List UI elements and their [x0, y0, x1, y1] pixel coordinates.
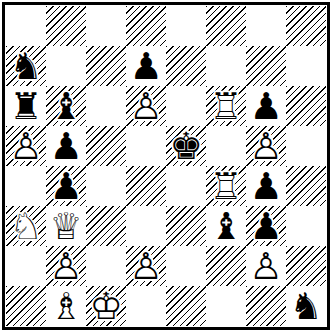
square-a5[interactable]: ♟♙: [6, 126, 46, 166]
square-b5[interactable]: ♟♟: [46, 126, 86, 166]
black-knight-h1[interactable]: ♞♞: [286, 286, 326, 326]
black-bishop-glyph: ♝: [206, 206, 246, 246]
square-e6[interactable]: [166, 86, 206, 126]
white-pawn-glyph: ♙: [46, 246, 86, 286]
black-pawn-g6[interactable]: ♟♟: [246, 86, 286, 126]
square-c6[interactable]: [86, 86, 126, 126]
white-rook-glyph: ♖: [206, 166, 246, 206]
square-h2[interactable]: [286, 246, 326, 286]
square-f7[interactable]: [206, 46, 246, 86]
square-d1[interactable]: [126, 286, 166, 326]
square-f8[interactable]: [206, 6, 246, 46]
square-g6[interactable]: ♟♟: [246, 86, 286, 126]
black-pawn-b5[interactable]: ♟♟: [46, 126, 86, 166]
square-e3[interactable]: [166, 206, 206, 246]
square-f6[interactable]: ♜♖: [206, 86, 246, 126]
black-knight-a7[interactable]: ♞♞: [6, 46, 46, 86]
square-b4[interactable]: ♟♟: [46, 166, 86, 206]
black-bishop-glyph: ♝: [46, 86, 86, 126]
square-d2[interactable]: ♟♙: [126, 246, 166, 286]
chessboard: ♞♞♟♟♜♜♝♝♟♙♜♖♟♟♟♙♟♟♚♚♟♙♟♟♜♖♟♟♞♘♛♕♝♝♟♟♟♙♟♙…: [6, 6, 326, 326]
square-h7[interactable]: [286, 46, 326, 86]
white-pawn-glyph: ♙: [246, 126, 286, 166]
square-g3[interactable]: ♟♟: [246, 206, 286, 246]
square-c3[interactable]: [86, 206, 126, 246]
square-e8[interactable]: [166, 6, 206, 46]
square-h5[interactable]: [286, 126, 326, 166]
white-queen-b3[interactable]: ♛♕: [46, 206, 86, 246]
square-e4[interactable]: [166, 166, 206, 206]
white-pawn-glyph: ♙: [246, 246, 286, 286]
square-b7[interactable]: [46, 46, 86, 86]
white-rook-f6[interactable]: ♜♖: [206, 86, 246, 126]
square-a8[interactable]: [6, 6, 46, 46]
square-d4[interactable]: [126, 166, 166, 206]
black-pawn-glyph: ♟: [246, 86, 286, 126]
white-king-glyph: ♔: [86, 286, 126, 326]
white-pawn-d6[interactable]: ♟♙: [126, 86, 166, 126]
black-pawn-glyph: ♟: [246, 166, 286, 206]
black-pawn-glyph: ♟: [46, 126, 86, 166]
chess-diagram-frame: ♞♞♟♟♜♜♝♝♟♙♜♖♟♟♟♙♟♟♚♚♟♙♟♟♜♖♟♟♞♘♛♕♝♝♟♟♟♙♟♙…: [2, 2, 330, 330]
square-c4[interactable]: [86, 166, 126, 206]
white-knight-a3[interactable]: ♞♘: [6, 206, 46, 246]
square-c2[interactable]: [86, 246, 126, 286]
square-c5[interactable]: [86, 126, 126, 166]
square-b1[interactable]: ♝♗: [46, 286, 86, 326]
black-pawn-glyph: ♟: [126, 46, 166, 86]
white-bishop-glyph: ♗: [46, 286, 86, 326]
black-knight-glyph: ♞: [286, 286, 326, 326]
black-pawn-b4[interactable]: ♟♟: [46, 166, 86, 206]
square-c8[interactable]: [86, 6, 126, 46]
square-h3[interactable]: [286, 206, 326, 246]
white-bishop-b1[interactable]: ♝♗: [46, 286, 86, 326]
black-pawn-glyph: ♟: [246, 206, 286, 246]
square-h1[interactable]: ♞♞: [286, 286, 326, 326]
white-pawn-b2[interactable]: ♟♙: [46, 246, 86, 286]
square-g2[interactable]: ♟♙: [246, 246, 286, 286]
square-g1[interactable]: [246, 286, 286, 326]
black-pawn-g3[interactable]: ♟♟: [246, 206, 286, 246]
black-rook-glyph: ♜: [6, 86, 46, 126]
square-g5[interactable]: ♟♙: [246, 126, 286, 166]
square-a7[interactable]: ♞♞: [6, 46, 46, 86]
square-b3[interactable]: ♛♕: [46, 206, 86, 246]
white-pawn-a5[interactable]: ♟♙: [6, 126, 46, 166]
square-f1[interactable]: [206, 286, 246, 326]
square-h6[interactable]: [286, 86, 326, 126]
white-pawn-glyph: ♙: [126, 86, 166, 126]
white-pawn-g5[interactable]: ♟♙: [246, 126, 286, 166]
square-e5[interactable]: ♚♚: [166, 126, 206, 166]
square-d5[interactable]: [126, 126, 166, 166]
square-e1[interactable]: [166, 286, 206, 326]
white-pawn-d2[interactable]: ♟♙: [126, 246, 166, 286]
square-f3[interactable]: ♝♝: [206, 206, 246, 246]
square-g8[interactable]: [246, 6, 286, 46]
black-pawn-d7[interactable]: ♟♟: [126, 46, 166, 86]
white-queen-glyph: ♕: [46, 206, 86, 246]
black-king-glyph: ♚: [166, 126, 206, 166]
square-d8[interactable]: [126, 6, 166, 46]
black-pawn-glyph: ♟: [46, 166, 86, 206]
white-rook-f4[interactable]: ♜♖: [206, 166, 246, 206]
black-knight-glyph: ♞: [6, 46, 46, 86]
square-d7[interactable]: ♟♟: [126, 46, 166, 86]
square-a6[interactable]: ♜♜: [6, 86, 46, 126]
square-g7[interactable]: [246, 46, 286, 86]
square-a4[interactable]: [6, 166, 46, 206]
square-h4[interactable]: [286, 166, 326, 206]
black-pawn-g4[interactable]: ♟♟: [246, 166, 286, 206]
square-c1[interactable]: ♚♔: [86, 286, 126, 326]
black-rook-a6[interactable]: ♜♜: [6, 86, 46, 126]
square-f2[interactable]: [206, 246, 246, 286]
white-king-c1[interactable]: ♚♔: [86, 286, 126, 326]
square-g4[interactable]: ♟♟: [246, 166, 286, 206]
square-b8[interactable]: [46, 6, 86, 46]
square-e2[interactable]: [166, 246, 206, 286]
black-bishop-b6[interactable]: ♝♝: [46, 86, 86, 126]
square-d3[interactable]: [126, 206, 166, 246]
white-pawn-glyph: ♙: [6, 126, 46, 166]
black-king-e5[interactable]: ♚♚: [166, 126, 206, 166]
white-knight-glyph: ♘: [6, 206, 46, 246]
white-pawn-g2[interactable]: ♟♙: [246, 246, 286, 286]
square-a3[interactable]: ♞♘: [6, 206, 46, 246]
square-d6[interactable]: ♟♙: [126, 86, 166, 126]
square-a1[interactable]: [6, 286, 46, 326]
square-e7[interactable]: [166, 46, 206, 86]
square-b6[interactable]: ♝♝: [46, 86, 86, 126]
square-f5[interactable]: [206, 126, 246, 166]
white-rook-glyph: ♖: [206, 86, 246, 126]
square-a2[interactable]: [6, 246, 46, 286]
square-b2[interactable]: ♟♙: [46, 246, 86, 286]
square-c7[interactable]: [86, 46, 126, 86]
square-f4[interactable]: ♜♖: [206, 166, 246, 206]
black-bishop-f3[interactable]: ♝♝: [206, 206, 246, 246]
white-pawn-glyph: ♙: [126, 246, 166, 286]
square-h8[interactable]: [286, 6, 326, 46]
